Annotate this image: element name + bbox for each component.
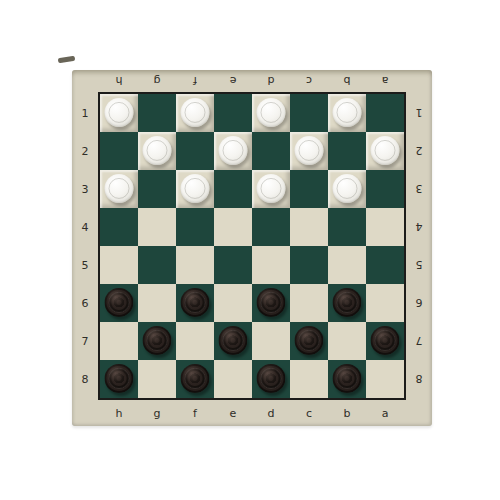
square-c7[interactable] xyxy=(290,322,328,360)
file-label: e xyxy=(214,400,252,426)
square-e3[interactable] xyxy=(214,170,252,208)
square-h3[interactable] xyxy=(100,170,138,208)
square-h5[interactable] xyxy=(100,246,138,284)
square-g2[interactable] xyxy=(138,132,176,170)
square-e4[interactable] xyxy=(214,208,252,246)
square-b3[interactable] xyxy=(328,170,366,208)
board-grid xyxy=(100,94,404,398)
square-g3[interactable] xyxy=(138,170,176,208)
square-h4[interactable] xyxy=(100,208,138,246)
square-e1[interactable] xyxy=(214,94,252,132)
rank-label: 8 xyxy=(72,360,98,398)
square-b6[interactable] xyxy=(328,284,366,322)
square-f5[interactable] xyxy=(176,246,214,284)
file-labels-top: hgfedcba xyxy=(100,70,404,92)
black-checker-d8[interactable] xyxy=(257,364,286,393)
file-label: d xyxy=(252,400,290,426)
white-checker-b1[interactable] xyxy=(333,98,362,127)
rank-label: 8 xyxy=(406,360,432,398)
black-checker-e7[interactable] xyxy=(219,326,248,355)
black-checker-h6[interactable] xyxy=(105,288,134,317)
black-checker-d6[interactable] xyxy=(257,288,286,317)
rank-label: 4 xyxy=(406,208,432,246)
file-label: f xyxy=(176,70,214,92)
square-d3[interactable] xyxy=(252,170,290,208)
square-g5[interactable] xyxy=(138,246,176,284)
white-checker-d3[interactable] xyxy=(257,174,286,203)
square-c8[interactable] xyxy=(290,360,328,398)
black-checker-f8[interactable] xyxy=(181,364,210,393)
rank-label: 1 xyxy=(406,94,432,132)
black-checker-h8[interactable] xyxy=(105,364,134,393)
black-checker-b8[interactable] xyxy=(333,364,362,393)
square-d1[interactable] xyxy=(252,94,290,132)
square-c2[interactable] xyxy=(290,132,328,170)
white-checker-b3[interactable] xyxy=(333,174,362,203)
square-b4[interactable] xyxy=(328,208,366,246)
square-e8[interactable] xyxy=(214,360,252,398)
rank-labels-left: 12345678 xyxy=(72,94,98,398)
square-c6[interactable] xyxy=(290,284,328,322)
square-a3[interactable] xyxy=(366,170,404,208)
rank-label: 6 xyxy=(406,284,432,322)
square-d8[interactable] xyxy=(252,360,290,398)
square-f1[interactable] xyxy=(176,94,214,132)
file-label: h xyxy=(100,70,138,92)
rank-label: 3 xyxy=(72,170,98,208)
square-e5[interactable] xyxy=(214,246,252,284)
square-b1[interactable] xyxy=(328,94,366,132)
black-checker-b6[interactable] xyxy=(333,288,362,317)
white-checker-e2[interactable] xyxy=(219,136,248,165)
rank-label: 6 xyxy=(72,284,98,322)
square-g6[interactable] xyxy=(138,284,176,322)
file-label: g xyxy=(138,70,176,92)
black-checker-f6[interactable] xyxy=(181,288,210,317)
rank-label: 1 xyxy=(72,94,98,132)
mat-corner-shadow xyxy=(58,56,76,64)
square-f6[interactable] xyxy=(176,284,214,322)
square-h7[interactable] xyxy=(100,322,138,360)
white-checker-d1[interactable] xyxy=(257,98,286,127)
file-label: a xyxy=(366,70,404,92)
square-f8[interactable] xyxy=(176,360,214,398)
white-checker-f3[interactable] xyxy=(181,174,210,203)
white-checker-a2[interactable] xyxy=(371,136,400,165)
file-label: e xyxy=(214,70,252,92)
rank-label: 7 xyxy=(406,322,432,360)
file-labels-bottom: hgfedcba xyxy=(100,400,404,426)
file-label: c xyxy=(290,70,328,92)
square-g8[interactable] xyxy=(138,360,176,398)
white-checker-h3[interactable] xyxy=(105,174,134,203)
board-border xyxy=(98,92,406,400)
square-d2[interactable] xyxy=(252,132,290,170)
roll-up-board-mat: hgfedcba hgfedcba 12345678 12345678 xyxy=(72,70,432,426)
square-h8[interactable] xyxy=(100,360,138,398)
square-b7[interactable] xyxy=(328,322,366,360)
square-f7[interactable] xyxy=(176,322,214,360)
square-a6[interactable] xyxy=(366,284,404,322)
square-d7[interactable] xyxy=(252,322,290,360)
square-g7[interactable] xyxy=(138,322,176,360)
square-b8[interactable] xyxy=(328,360,366,398)
square-f2[interactable] xyxy=(176,132,214,170)
square-c4[interactable] xyxy=(290,208,328,246)
rank-label: 7 xyxy=(72,322,98,360)
white-checker-f1[interactable] xyxy=(181,98,210,127)
file-label: d xyxy=(252,70,290,92)
square-f4[interactable] xyxy=(176,208,214,246)
square-e2[interactable] xyxy=(214,132,252,170)
rank-label: 2 xyxy=(72,132,98,170)
square-g1[interactable] xyxy=(138,94,176,132)
square-e6[interactable] xyxy=(214,284,252,322)
product-photo: hgfedcba hgfedcba 12345678 12345678 xyxy=(0,0,500,500)
rank-label: 3 xyxy=(406,170,432,208)
square-c3[interactable] xyxy=(290,170,328,208)
square-d4[interactable] xyxy=(252,208,290,246)
file-label: b xyxy=(328,70,366,92)
black-checker-a7[interactable] xyxy=(371,326,400,355)
white-checker-c2[interactable] xyxy=(295,136,324,165)
square-a2[interactable] xyxy=(366,132,404,170)
black-checker-g7[interactable] xyxy=(143,326,172,355)
file-label: f xyxy=(176,400,214,426)
square-a5[interactable] xyxy=(366,246,404,284)
square-e7[interactable] xyxy=(214,322,252,360)
rank-label: 5 xyxy=(72,246,98,284)
white-checker-g2[interactable] xyxy=(143,136,172,165)
square-a7[interactable] xyxy=(366,322,404,360)
square-g4[interactable] xyxy=(138,208,176,246)
square-f3[interactable] xyxy=(176,170,214,208)
square-h2[interactable] xyxy=(100,132,138,170)
file-label: a xyxy=(366,400,404,426)
white-checker-h1[interactable] xyxy=(105,98,134,127)
square-h1[interactable] xyxy=(100,94,138,132)
square-a8[interactable] xyxy=(366,360,404,398)
square-h6[interactable] xyxy=(100,284,138,322)
file-label: g xyxy=(138,400,176,426)
file-label: h xyxy=(100,400,138,426)
square-b2[interactable] xyxy=(328,132,366,170)
black-checker-c7[interactable] xyxy=(295,326,324,355)
square-a1[interactable] xyxy=(366,94,404,132)
rank-label: 5 xyxy=(406,246,432,284)
square-c1[interactable] xyxy=(290,94,328,132)
square-d5[interactable] xyxy=(252,246,290,284)
file-label: b xyxy=(328,400,366,426)
square-a4[interactable] xyxy=(366,208,404,246)
square-d6[interactable] xyxy=(252,284,290,322)
square-b5[interactable] xyxy=(328,246,366,284)
file-label: c xyxy=(290,400,328,426)
rank-label: 2 xyxy=(406,132,432,170)
rank-label: 4 xyxy=(72,208,98,246)
square-c5[interactable] xyxy=(290,246,328,284)
rank-labels-right: 12345678 xyxy=(406,94,432,398)
